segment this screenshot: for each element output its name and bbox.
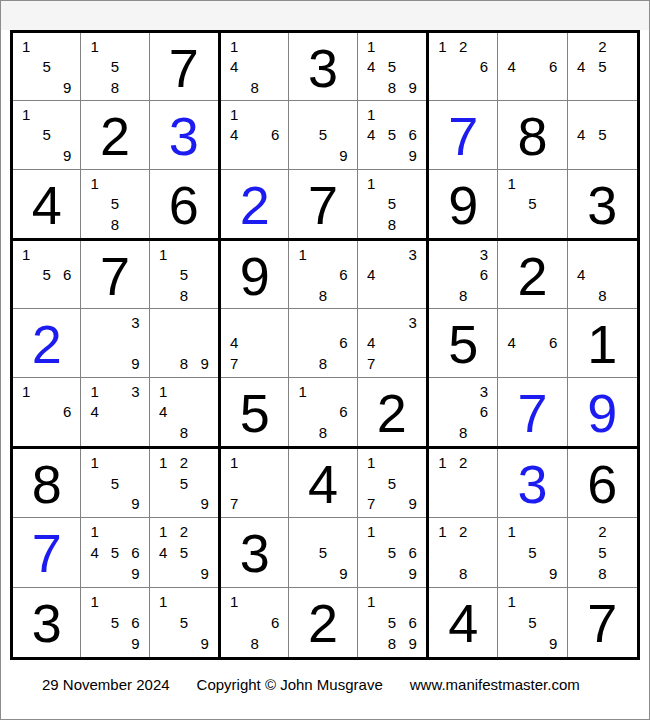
cell-r8c8[interactable]: 159 (498, 518, 567, 587)
candidate-marks: 14569 (81, 518, 148, 586)
given-digit: 7 (308, 178, 338, 232)
candidate-5: 5 (522, 193, 543, 214)
given-digit: 9 (448, 178, 478, 232)
candidate-9: 9 (402, 77, 423, 97)
cell-r8c4[interactable]: 3 (221, 518, 289, 587)
given-digit: 3 (32, 596, 62, 650)
candidate-2: 2 (453, 36, 474, 56)
candidate-6: 6 (474, 56, 495, 76)
candidate-9: 9 (543, 563, 564, 584)
candidate-5: 5 (36, 125, 56, 145)
cell-r8c5[interactable]: 59 (289, 518, 357, 587)
candidate-2: 2 (173, 452, 194, 473)
candidate-6: 6 (333, 333, 353, 353)
candidate-9: 9 (402, 145, 423, 165)
candidate-5: 5 (173, 264, 194, 284)
candidate-4: 4 (361, 333, 382, 353)
candidate-5: 5 (592, 125, 613, 145)
cell-r7c6[interactable]: 1579 (358, 449, 426, 518)
candidate-marks: 158 (358, 170, 426, 238)
cell-r5c1[interactable]: 2 (13, 309, 81, 377)
footer-date: 29 November 2024 (42, 676, 170, 693)
cell-r1c2[interactable]: 158 (81, 33, 149, 101)
cell-r2c4[interactable]: 146 (221, 101, 289, 169)
candidate-1: 1 (84, 521, 104, 542)
cell-r4c7[interactable]: 368 (429, 241, 498, 309)
cell-r2c6[interactable]: 14569 (358, 101, 426, 169)
candidate-8: 8 (244, 77, 264, 97)
solved-digit: 2 (32, 317, 62, 371)
candidate-6: 6 (474, 264, 495, 284)
candidate-marks: 146 (221, 101, 288, 168)
candidate-marks: 1569 (358, 518, 426, 586)
candidate-4: 4 (571, 125, 592, 145)
candidate-1: 1 (432, 36, 453, 56)
cell-r7c3[interactable]: 1259 (150, 449, 218, 518)
cell-r8c6[interactable]: 1569 (358, 518, 426, 587)
cell-r9c8[interactable]: 159 (498, 588, 567, 657)
candidate-6: 6 (402, 612, 423, 633)
candidate-marks: 46 (498, 33, 566, 100)
candidate-marks: 168 (289, 378, 356, 446)
solved-digit: 2 (240, 178, 270, 232)
box-3-3: 123612815925841597 (429, 449, 637, 657)
candidate-1: 1 (16, 381, 36, 402)
box-1-3: 1264624578459153 (429, 33, 637, 241)
candidate-4: 4 (571, 264, 592, 284)
cell-r1c6[interactable]: 14589 (358, 33, 426, 101)
candidate-1: 1 (292, 381, 312, 402)
candidate-4: 4 (84, 401, 104, 422)
candidate-5: 5 (105, 542, 125, 563)
candidate-5: 5 (105, 56, 125, 76)
cell-r6c3[interactable]: 148 (150, 378, 218, 446)
box-1-1: 15915871592341586 (13, 33, 221, 241)
candidate-9: 9 (125, 633, 145, 654)
candidate-9: 9 (194, 494, 215, 515)
candidate-1: 1 (361, 591, 382, 612)
cell-r2c3[interactable]: 3 (150, 101, 218, 169)
top-strip (0, 0, 650, 30)
candidate-6: 6 (57, 401, 77, 422)
cell-r4c5[interactable]: 168 (289, 241, 357, 309)
cell-r9c6[interactable]: 15689 (358, 588, 426, 657)
given-digit: 7 (100, 249, 130, 303)
candidate-marks: 1259 (150, 449, 218, 517)
cell-r6c4[interactable]: 5 (221, 378, 289, 446)
candidate-2: 2 (453, 452, 474, 473)
candidate-9: 9 (333, 145, 353, 165)
cell-r2c8[interactable]: 8 (498, 101, 567, 169)
cell-r3c2[interactable]: 158 (81, 170, 149, 238)
candidate-marks: 48 (568, 241, 637, 308)
candidate-marks: 89 (150, 309, 218, 376)
cell-r7c7[interactable]: 12 (429, 449, 498, 518)
candidate-marks: 17 (221, 449, 288, 517)
cell-r2c7[interactable]: 7 (429, 101, 498, 169)
cell-r9c3[interactable]: 159 (150, 588, 218, 657)
cell-r9c9[interactable]: 7 (568, 588, 637, 657)
candidate-5: 5 (381, 473, 402, 494)
candidate-4: 4 (501, 333, 522, 353)
box-2-1: 15671582398916134148 (13, 241, 221, 449)
candidate-1: 1 (361, 521, 382, 542)
candidate-1: 1 (84, 36, 104, 56)
candidate-8: 8 (381, 633, 402, 654)
candidate-1: 1 (84, 381, 104, 402)
candidate-9: 9 (543, 633, 564, 654)
candidate-3: 3 (474, 381, 495, 402)
candidate-marks: 14569 (358, 101, 426, 168)
candidate-marks: 159 (150, 588, 218, 657)
candidate-1: 1 (501, 591, 522, 612)
box-3-1: 815912597145691245931569159 (13, 449, 221, 657)
candidate-marks: 148 (150, 378, 218, 446)
candidate-8: 8 (381, 214, 402, 235)
candidate-4: 4 (84, 542, 104, 563)
candidate-marks: 59 (289, 101, 356, 168)
candidate-7: 7 (224, 494, 244, 515)
candidate-4: 4 (501, 56, 522, 76)
cell-r3c9[interactable]: 3 (568, 170, 637, 238)
candidate-1: 1 (361, 104, 382, 124)
cell-r5c2[interactable]: 39 (81, 309, 149, 377)
cell-r5c3[interactable]: 89 (150, 309, 218, 377)
candidate-marks: 368 (429, 241, 497, 308)
candidate-1: 1 (153, 452, 174, 473)
cell-r4c9[interactable]: 48 (568, 241, 637, 309)
candidate-9: 9 (194, 353, 215, 373)
candidate-1: 1 (224, 36, 244, 56)
candidate-1: 1 (501, 521, 522, 542)
cell-r9c2[interactable]: 1569 (81, 588, 149, 657)
cell-r7c2[interactable]: 159 (81, 449, 149, 518)
candidate-8: 8 (453, 285, 474, 305)
candidate-6: 6 (57, 264, 77, 284)
candidate-marks: 159 (498, 518, 566, 586)
candidate-marks: 158 (81, 33, 148, 100)
candidate-4: 4 (224, 125, 244, 145)
candidate-marks: 12 (429, 449, 497, 517)
cell-r4c8[interactable]: 2 (498, 241, 567, 309)
cell-r3c6[interactable]: 158 (358, 170, 426, 238)
candidate-2: 2 (173, 521, 194, 542)
candidate-9: 9 (194, 633, 215, 654)
candidate-8: 8 (105, 77, 125, 97)
candidate-marks: 1569 (81, 588, 148, 657)
footer: 29 November 2024 Copyright © John Musgra… (42, 674, 580, 694)
candidate-marks: 159 (13, 101, 80, 168)
cell-r8c1[interactable]: 7 (13, 518, 81, 587)
candidate-2: 2 (453, 521, 474, 542)
given-digit: 5 (448, 317, 478, 371)
candidate-5: 5 (36, 264, 56, 284)
candidate-5: 5 (173, 473, 194, 494)
cell-r6c8[interactable]: 7 (498, 378, 567, 446)
candidate-6: 6 (474, 401, 495, 422)
candidate-5: 5 (381, 612, 402, 633)
candidate-1: 1 (84, 173, 104, 194)
candidate-marks: 245 (568, 33, 637, 100)
candidate-1: 1 (153, 381, 174, 402)
candidate-1: 1 (153, 591, 174, 612)
cell-r3c3[interactable]: 6 (150, 170, 218, 238)
cell-r4c4[interactable]: 9 (221, 241, 289, 309)
cell-r6c6[interactable]: 2 (358, 378, 426, 446)
cell-r5c4[interactable]: 47 (221, 309, 289, 377)
candidate-9: 9 (402, 563, 423, 584)
candidate-marks: 126 (429, 33, 497, 100)
given-digit: 5 (240, 386, 270, 440)
cell-r1c9[interactable]: 245 (568, 33, 637, 101)
given-digit: 2 (308, 596, 338, 650)
candidate-1: 1 (361, 173, 382, 194)
candidate-8: 8 (592, 563, 613, 584)
cell-r9c5[interactable]: 2 (289, 588, 357, 657)
candidate-5: 5 (313, 125, 333, 145)
candidate-2: 2 (592, 36, 613, 56)
candidate-marks: 159 (81, 449, 148, 517)
given-digit: 4 (32, 178, 62, 232)
candidate-marks: 148 (221, 33, 288, 100)
candidate-marks: 47 (221, 309, 288, 376)
cell-r7c1[interactable]: 8 (13, 449, 81, 518)
candidate-8: 8 (173, 353, 194, 373)
candidate-7: 7 (361, 353, 382, 373)
cell-r6c7[interactable]: 368 (429, 378, 498, 446)
candidate-marks: 12459 (150, 518, 218, 586)
candidate-marks: 128 (429, 518, 497, 586)
cell-r3c7[interactable]: 9 (429, 170, 498, 238)
given-digit: 2 (377, 386, 407, 440)
cell-r1c5[interactable]: 3 (289, 33, 357, 101)
candidate-9: 9 (402, 633, 423, 654)
candidate-5: 5 (105, 473, 125, 494)
given-digit: 3 (308, 41, 338, 95)
given-digit: 4 (448, 596, 478, 650)
cell-r9c7[interactable]: 4 (429, 588, 498, 657)
candidate-2: 2 (592, 521, 613, 542)
solved-digit: 7 (517, 386, 547, 440)
candidate-marks: 159 (13, 33, 80, 100)
candidate-8: 8 (173, 422, 194, 443)
cell-r3c1[interactable]: 4 (13, 170, 81, 238)
candidate-marks: 59 (289, 518, 356, 586)
candidate-1: 1 (361, 36, 382, 56)
cell-r9c4[interactable]: 168 (221, 588, 289, 657)
candidate-5: 5 (105, 612, 125, 633)
cell-r9c1[interactable]: 3 (13, 588, 81, 657)
candidate-5: 5 (173, 542, 194, 563)
given-digit: 8 (517, 109, 547, 163)
candidate-5: 5 (105, 193, 125, 214)
candidate-6: 6 (402, 125, 423, 145)
cell-r4c2[interactable]: 7 (81, 241, 149, 309)
cell-r5c7[interactable]: 5 (429, 309, 498, 377)
solved-digit: 9 (587, 386, 617, 440)
candidate-5: 5 (36, 56, 56, 76)
candidate-5: 5 (592, 56, 613, 76)
candidate-3: 3 (402, 312, 423, 332)
candidate-5: 5 (381, 542, 402, 563)
candidate-8: 8 (592, 285, 613, 305)
cell-r4c1[interactable]: 156 (13, 241, 81, 309)
candidate-1: 1 (153, 244, 174, 264)
cell-r3c5[interactable]: 7 (289, 170, 357, 238)
candidate-marks: 15689 (358, 588, 426, 657)
candidate-6: 6 (265, 125, 285, 145)
candidate-1: 1 (153, 521, 174, 542)
candidate-1: 1 (432, 521, 453, 542)
cell-r2c5[interactable]: 59 (289, 101, 357, 169)
candidate-1: 1 (84, 591, 104, 612)
candidate-8: 8 (244, 633, 264, 654)
candidate-1: 1 (16, 104, 36, 124)
given-digit: 6 (587, 457, 617, 511)
given-digit: 3 (587, 178, 617, 232)
candidate-4: 4 (224, 333, 244, 353)
given-digit: 7 (169, 41, 199, 95)
solved-digit: 3 (169, 109, 199, 163)
cell-r7c8[interactable]: 3 (498, 449, 567, 518)
cell-r5c9[interactable]: 1 (568, 309, 637, 377)
box-3-2: 17415793591569168215689 (221, 449, 429, 657)
sudoku-board: 1591587159234158614831458914659145692715… (10, 30, 640, 660)
given-digit: 2 (100, 109, 130, 163)
cell-r6c5[interactable]: 168 (289, 378, 357, 446)
candidate-1: 1 (224, 104, 244, 124)
candidate-marks: 46 (498, 309, 566, 376)
candidate-5: 5 (522, 612, 543, 633)
candidate-marks: 156 (13, 241, 80, 308)
candidate-6: 6 (543, 56, 564, 76)
candidate-9: 9 (125, 494, 145, 515)
box-2-2: 916834476834751682 (221, 241, 429, 449)
candidate-7: 7 (224, 353, 244, 373)
cell-r7c9[interactable]: 6 (568, 449, 637, 518)
cell-r3c4[interactable]: 2 (221, 170, 289, 238)
candidate-6: 6 (125, 612, 145, 633)
cell-r5c8[interactable]: 46 (498, 309, 567, 377)
candidate-marks: 134 (81, 378, 148, 446)
candidate-marks: 168 (289, 241, 356, 308)
cell-r5c6[interactable]: 347 (358, 309, 426, 377)
candidate-5: 5 (381, 193, 402, 214)
cell-r2c2[interactable]: 2 (81, 101, 149, 169)
given-digit: 1 (587, 317, 617, 371)
candidate-9: 9 (57, 145, 77, 165)
candidate-marks: 158 (81, 170, 148, 238)
cell-r7c4[interactable]: 17 (221, 449, 289, 518)
candidate-marks: 45 (568, 101, 637, 168)
cell-r1c7[interactable]: 126 (429, 33, 498, 101)
candidate-marks: 159 (498, 588, 566, 657)
candidate-marks: 168 (221, 588, 288, 657)
candidate-marks: 15 (498, 170, 566, 238)
candidate-3: 3 (125, 312, 145, 332)
cell-r3c8[interactable]: 15 (498, 170, 567, 238)
candidate-6: 6 (402, 542, 423, 563)
given-digit: 3 (240, 526, 270, 580)
candidate-4: 4 (153, 401, 174, 422)
candidate-marks: 158 (150, 241, 218, 308)
cell-r1c4[interactable]: 148 (221, 33, 289, 101)
candidate-1: 1 (501, 173, 522, 194)
candidate-7: 7 (361, 494, 382, 515)
candidate-8: 8 (313, 353, 333, 373)
candidate-marks: 258 (568, 518, 637, 586)
candidate-1: 1 (361, 452, 382, 473)
candidate-9: 9 (57, 77, 77, 97)
candidate-5: 5 (381, 125, 402, 145)
cell-r1c1[interactable]: 159 (13, 33, 81, 101)
cell-r6c9[interactable]: 9 (568, 378, 637, 446)
given-digit: 2 (517, 249, 547, 303)
cell-r5c5[interactable]: 68 (289, 309, 357, 377)
cell-r8c2[interactable]: 14569 (81, 518, 149, 587)
cell-r2c9[interactable]: 45 (568, 101, 637, 169)
candidate-1: 1 (16, 244, 36, 264)
cell-r8c9[interactable]: 258 (568, 518, 637, 587)
candidate-4: 4 (361, 56, 382, 76)
candidate-9: 9 (402, 494, 423, 515)
candidate-9: 9 (194, 563, 215, 584)
given-digit: 7 (587, 596, 617, 650)
candidate-4: 4 (153, 542, 174, 563)
cell-r8c7[interactable]: 128 (429, 518, 498, 587)
candidate-3: 3 (125, 381, 145, 402)
candidate-8: 8 (453, 563, 474, 584)
candidate-4: 4 (361, 125, 382, 145)
cell-r1c3[interactable]: 7 (150, 33, 218, 101)
box-2-3: 368248546136879 (429, 241, 637, 449)
candidate-3: 3 (474, 244, 495, 264)
candidate-8: 8 (381, 77, 402, 97)
candidate-marks: 1579 (358, 449, 426, 517)
candidate-8: 8 (313, 422, 333, 443)
candidate-6: 6 (265, 612, 285, 633)
candidate-4: 4 (571, 56, 592, 76)
given-digit: 8 (32, 457, 62, 511)
candidate-8: 8 (173, 285, 194, 305)
given-digit: 6 (169, 178, 199, 232)
candidate-marks: 68 (289, 309, 356, 376)
candidate-6: 6 (543, 333, 564, 353)
candidate-1: 1 (224, 591, 244, 612)
candidate-4: 4 (361, 264, 382, 284)
candidate-9: 9 (125, 353, 145, 373)
candidate-1: 1 (16, 36, 36, 56)
candidate-9: 9 (125, 563, 145, 584)
candidate-marks: 34 (358, 241, 426, 308)
candidate-marks: 39 (81, 309, 148, 376)
candidate-1: 1 (432, 452, 453, 473)
cell-r4c6[interactable]: 34 (358, 241, 426, 309)
cell-r2c1[interactable]: 159 (13, 101, 81, 169)
cell-r7c5[interactable]: 4 (289, 449, 357, 518)
candidate-1: 1 (224, 452, 244, 473)
box-1-2: 148314589146591456927158 (221, 33, 429, 241)
candidate-5: 5 (313, 542, 333, 563)
candidate-8: 8 (313, 285, 333, 305)
candidate-5: 5 (381, 56, 402, 76)
cell-r4c3[interactable]: 158 (150, 241, 218, 309)
cell-r1c8[interactable]: 46 (498, 33, 567, 101)
cell-r6c2[interactable]: 134 (81, 378, 149, 446)
footer-copyright: Copyright © John Musgrave (197, 676, 383, 693)
cell-r8c3[interactable]: 12459 (150, 518, 218, 587)
cell-r6c1[interactable]: 16 (13, 378, 81, 446)
